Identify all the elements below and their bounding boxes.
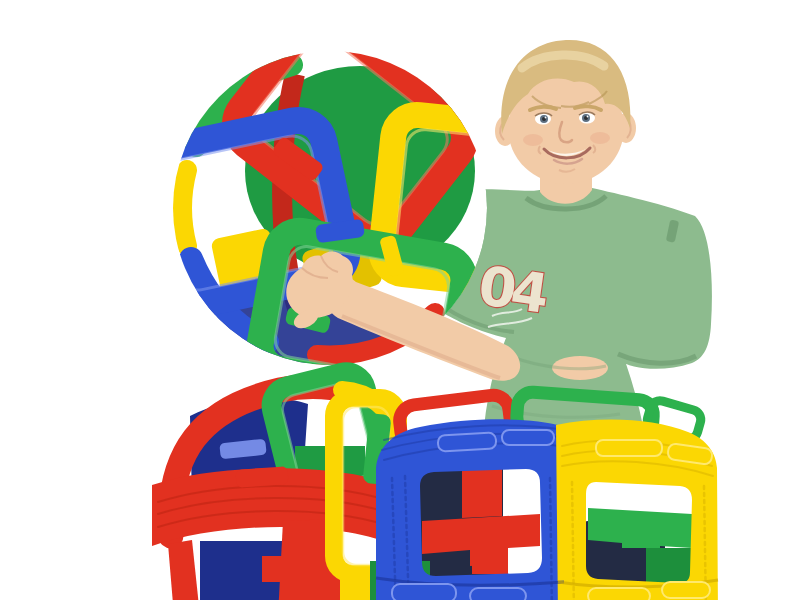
eye-highlight [545,117,547,119]
window-red-vertical [462,466,502,518]
dome-red-left-edge [168,540,200,600]
window-green-bottom [646,548,692,584]
ball-yellow-rim-arc [182,170,187,246]
blue-connector-tab [438,432,497,451]
right-eye [579,112,595,124]
blue-connector-tab [502,430,554,445]
right-cheek-blush [590,132,610,144]
eye-highlight [587,116,589,118]
blue-course-tab [470,588,526,600]
boy-head [495,40,636,184]
yellow-course-tab [662,582,710,598]
dome-red-step [262,556,294,582]
window-red-nub [472,550,508,574]
scene-canvas: 04 [40,16,800,600]
blue-course-tab [392,584,456,600]
photo-scene: Smiling blond boy in a green t-shirt hol… [40,16,800,600]
cylinder-structure [362,391,718,600]
yellow-course-tab [588,588,650,600]
shirt-patch-text: 04 [475,254,552,326]
shirt-patch: 04 [475,254,552,326]
window-pants-dark [588,548,646,584]
dome-red-connector-tab [235,466,288,488]
yellow-connector-tab [596,440,662,456]
left-cheek-blush [523,134,543,146]
